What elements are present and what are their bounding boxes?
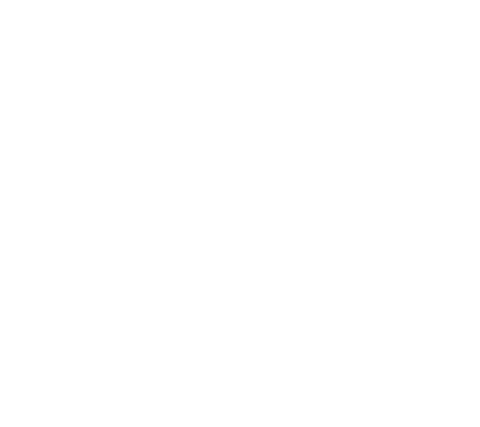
photo-canvas [0,0,480,427]
chess-set-product-photo [0,0,480,427]
